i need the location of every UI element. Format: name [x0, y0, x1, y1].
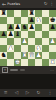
square-g6[interactable] — [42, 24, 49, 31]
chess-board[interactable]: ♜♜♟♞♚♟♟♞♟♟♟♟♝♟♟♟♞♞♜♛♟♚♜ — [0, 10, 56, 66]
page-title: Puzzles — [7, 0, 42, 8]
square-c1[interactable]: ♚ — [14, 59, 21, 66]
square-b1[interactable] — [7, 59, 14, 66]
square-g8[interactable] — [42, 10, 49, 17]
square-d1[interactable] — [21, 59, 28, 66]
square-d4[interactable]: ♟ — [21, 38, 28, 45]
square-e4[interactable] — [28, 38, 35, 45]
square-g3[interactable] — [42, 45, 49, 52]
white-knight-piece[interactable]: ♞ — [35, 17, 42, 24]
move-list-bar: + ⋯ — [0, 66, 56, 74]
black-pawn-piece[interactable]: ♟ — [28, 24, 35, 31]
retry-icon[interactable]: ↻ — [37, 89, 41, 97]
movebar-more-icon[interactable]: ⋯ — [25, 68, 54, 73]
square-a4[interactable] — [0, 38, 7, 45]
white-pawn-piece[interactable]: ♟ — [7, 45, 14, 52]
app-screen: ← Puzzles ↻ ⋮ ♜♜♟♞♚♟♟♞♟♟♟♟♝♟♟♟♞♞♜♛♟♚♜ + … — [0, 0, 56, 100]
bottom-toolbar: ≡◁▷↻⋮ — [0, 89, 56, 97]
black-bishop-piece[interactable]: ♝ — [14, 31, 21, 38]
square-f2[interactable]: ♟ — [35, 52, 42, 59]
system-strip — [0, 97, 56, 100]
white-pawn-piece[interactable]: ♟ — [21, 38, 28, 45]
more-icon[interactable]: ⋮ — [48, 89, 53, 97]
square-g4[interactable] — [42, 38, 49, 45]
square-d2[interactable]: ♜ — [21, 52, 28, 59]
square-e5[interactable] — [28, 31, 35, 38]
forward-move-icon[interactable]: ▷ — [26, 89, 29, 97]
square-g5[interactable] — [42, 31, 49, 38]
white-pawn-piece[interactable]: ♟ — [49, 38, 56, 45]
square-h6[interactable]: ♟ — [49, 24, 56, 31]
square-e6[interactable]: ♟ — [28, 24, 35, 31]
add-move-icon[interactable]: + — [2, 67, 8, 73]
refresh-icon[interactable]: ↻ — [44, 0, 48, 8]
white-rook-piece[interactable]: ♜ — [21, 52, 28, 59]
square-a2[interactable]: ♞ — [0, 52, 7, 59]
square-b2[interactable] — [7, 52, 14, 59]
black-knight-piece[interactable]: ♞ — [0, 52, 7, 59]
top-app-bar: ← Puzzles ↻ ⋮ — [0, 0, 56, 8]
square-g1[interactable] — [42, 59, 49, 66]
square-e2[interactable]: ♛ — [28, 52, 35, 59]
lower-panel — [0, 74, 56, 89]
square-a8[interactable]: ♜ — [0, 10, 7, 17]
square-h4[interactable]: ♟ — [49, 38, 56, 45]
overflow-menu-icon[interactable]: ⋮ — [50, 0, 55, 8]
square-b8[interactable] — [7, 10, 14, 17]
square-f5[interactable] — [35, 31, 42, 38]
black-rook-piece[interactable]: ♜ — [0, 10, 7, 17]
move-text-placeholder — [10, 69, 18, 71]
black-knight-piece[interactable]: ♞ — [21, 24, 28, 31]
square-a5[interactable]: ♟ — [0, 31, 7, 38]
square-g2[interactable] — [42, 52, 49, 59]
white-pawn-piece[interactable]: ♟ — [35, 52, 42, 59]
menu-icon[interactable]: ≡ — [4, 89, 8, 97]
square-f7[interactable]: ♞ — [35, 17, 42, 24]
square-a7[interactable] — [0, 17, 7, 24]
square-b3[interactable]: ♟ — [7, 45, 14, 52]
square-a1[interactable] — [0, 59, 7, 66]
white-queen-piece[interactable]: ♛ — [28, 52, 35, 59]
black-pawn-piece[interactable]: ♟ — [7, 31, 14, 38]
black-pawn-piece[interactable]: ♟ — [49, 24, 56, 31]
square-b5[interactable]: ♟ — [7, 31, 14, 38]
black-pawn-piece[interactable]: ♟ — [0, 31, 7, 38]
square-d6[interactable]: ♞ — [21, 24, 28, 31]
white-rook-piece[interactable]: ♜ — [49, 59, 56, 66]
square-c5[interactable]: ♝ — [14, 31, 21, 38]
back-move-icon[interactable]: ◁ — [15, 89, 18, 97]
square-e1[interactable] — [28, 59, 35, 66]
back-arrow-icon[interactable]: ← — [2, 0, 6, 8]
square-f6[interactable] — [35, 24, 42, 31]
square-f1[interactable] — [35, 59, 42, 66]
square-g7[interactable] — [42, 17, 49, 24]
square-c8[interactable] — [14, 10, 21, 17]
square-c4[interactable] — [14, 38, 21, 45]
square-c3[interactable] — [14, 45, 21, 52]
square-d8[interactable] — [21, 10, 28, 17]
white-king-piece[interactable]: ♚ — [14, 59, 21, 66]
square-h3[interactable] — [49, 45, 56, 52]
square-h1[interactable]: ♜ — [49, 59, 56, 66]
